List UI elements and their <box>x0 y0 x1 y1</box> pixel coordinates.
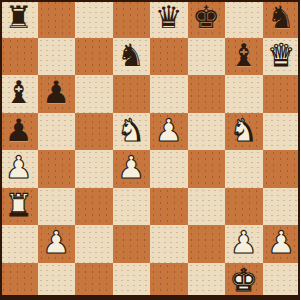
square-f7[interactable] <box>188 38 226 76</box>
square-g2[interactable]: ♟ <box>225 225 263 263</box>
black-queen-e8[interactable]: ♛ <box>155 2 183 33</box>
square-d4[interactable]: ♟ <box>113 150 151 188</box>
square-a6[interactable]: ♝ <box>0 75 38 113</box>
square-f5[interactable] <box>188 113 226 151</box>
square-e6[interactable] <box>150 75 188 113</box>
square-h6[interactable] <box>263 75 301 113</box>
board-border-bottom <box>0 295 300 300</box>
square-c5[interactable] <box>75 113 113 151</box>
square-g7[interactable]: ♝ <box>225 38 263 76</box>
square-c4[interactable] <box>75 150 113 188</box>
square-g8[interactable] <box>225 0 263 38</box>
square-f4[interactable] <box>188 150 226 188</box>
square-a4[interactable]: ♟ <box>0 150 38 188</box>
square-c8[interactable] <box>75 0 113 38</box>
square-e3[interactable] <box>150 188 188 226</box>
black-rook-a8[interactable]: ♜ <box>5 2 33 33</box>
square-h7[interactable]: ♛ <box>263 38 301 76</box>
square-b4[interactable] <box>38 150 76 188</box>
square-b5[interactable] <box>38 113 76 151</box>
square-d6[interactable] <box>113 75 151 113</box>
board-border-top <box>0 0 300 2</box>
board-border-left <box>0 0 2 300</box>
square-e4[interactable] <box>150 150 188 188</box>
square-f3[interactable] <box>188 188 226 226</box>
white-knight-g5[interactable]: ♞ <box>230 115 258 146</box>
square-a5[interactable]: ♟ <box>0 113 38 151</box>
square-h2[interactable]: ♟ <box>263 225 301 263</box>
square-a2[interactable] <box>0 225 38 263</box>
black-pawn-a5[interactable]: ♟ <box>5 115 33 146</box>
black-bishop-a6[interactable]: ♝ <box>5 77 33 108</box>
square-c2[interactable] <box>75 225 113 263</box>
chess-board: ♜♛♚♞♞♝♛♝♟♟♞♟♞♟♟♜♟♟♟♚ <box>0 0 300 300</box>
white-pawn-h2[interactable]: ♟ <box>267 227 295 258</box>
white-pawn-e5[interactable]: ♟ <box>155 115 183 146</box>
square-h5[interactable] <box>263 113 301 151</box>
square-a7[interactable] <box>0 38 38 76</box>
square-d7[interactable]: ♞ <box>113 38 151 76</box>
square-a3[interactable]: ♜ <box>0 188 38 226</box>
chess-board-grid: ♜♛♚♞♞♝♛♝♟♟♞♟♞♟♟♜♟♟♟♚ <box>0 0 300 300</box>
board-border-right <box>298 0 300 300</box>
square-b2[interactable]: ♟ <box>38 225 76 263</box>
square-f2[interactable] <box>188 225 226 263</box>
square-h8[interactable]: ♞ <box>263 0 301 38</box>
square-b6[interactable]: ♟ <box>38 75 76 113</box>
square-b8[interactable] <box>38 0 76 38</box>
square-d2[interactable] <box>113 225 151 263</box>
white-pawn-g2[interactable]: ♟ <box>230 227 258 258</box>
square-b3[interactable] <box>38 188 76 226</box>
black-pawn-b6[interactable]: ♟ <box>42 77 70 108</box>
square-f6[interactable] <box>188 75 226 113</box>
square-f8[interactable]: ♚ <box>188 0 226 38</box>
white-rook-a3[interactable]: ♜ <box>5 190 33 221</box>
square-c6[interactable] <box>75 75 113 113</box>
square-e2[interactable] <box>150 225 188 263</box>
square-b7[interactable] <box>38 38 76 76</box>
white-pawn-a4[interactable]: ♟ <box>5 152 33 183</box>
square-e8[interactable]: ♛ <box>150 0 188 38</box>
white-pawn-d4[interactable]: ♟ <box>117 152 145 183</box>
white-king-g1[interactable]: ♚ <box>230 265 258 296</box>
square-g5[interactable]: ♞ <box>225 113 263 151</box>
white-knight-d5[interactable]: ♞ <box>117 115 145 146</box>
black-knight-h8[interactable]: ♞ <box>267 2 295 33</box>
square-c3[interactable] <box>75 188 113 226</box>
square-e5[interactable]: ♟ <box>150 113 188 151</box>
square-g3[interactable] <box>225 188 263 226</box>
white-pawn-b2[interactable]: ♟ <box>42 227 70 258</box>
black-king-f8[interactable]: ♚ <box>192 2 220 33</box>
square-d8[interactable] <box>113 0 151 38</box>
square-h4[interactable] <box>263 150 301 188</box>
square-g6[interactable] <box>225 75 263 113</box>
square-d3[interactable] <box>113 188 151 226</box>
square-c7[interactable] <box>75 38 113 76</box>
square-h3[interactable] <box>263 188 301 226</box>
square-a8[interactable]: ♜ <box>0 0 38 38</box>
black-knight-d7[interactable]: ♞ <box>117 40 145 71</box>
square-d5[interactable]: ♞ <box>113 113 151 151</box>
white-queen-h7[interactable]: ♛ <box>267 40 295 71</box>
black-bishop-g7[interactable]: ♝ <box>230 40 258 71</box>
square-g4[interactable] <box>225 150 263 188</box>
square-e7[interactable] <box>150 38 188 76</box>
